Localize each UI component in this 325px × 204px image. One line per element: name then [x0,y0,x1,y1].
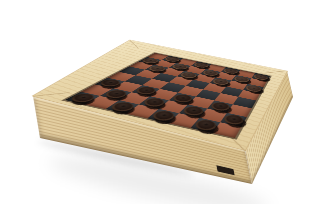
checker-brown-far[interactable] [163,56,182,62]
frame-miter-joint [35,92,70,96]
checkers-set-photo [0,0,325,204]
frame-miter-joint [130,40,139,48]
checker-brown-far[interactable] [170,63,190,70]
checker-brown-far[interactable] [146,65,168,73]
checker-black-near[interactable] [133,86,159,96]
checker-brown-far[interactable] [140,57,161,64]
frame-miter-joint [262,71,286,74]
brand-tag [216,165,234,175]
